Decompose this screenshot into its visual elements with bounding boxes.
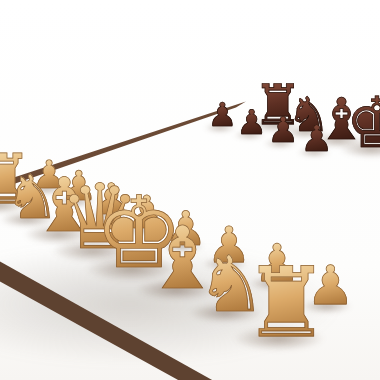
pawn-glyph: ♟ [267,113,298,148]
pawn-glyph: ♟ [237,106,267,140]
pieces-layer: ♜♟♞♟♝♟♚♟♟♟♜♟♞♟♝♟♛♟♚♟♝♟♞♜ [0,0,380,380]
pawn-glyph: ♟ [301,121,333,157]
chess-set-photo: ♜♟♞♟♝♟♚♟♟♟♜♟♞♟♝♟♛♟♚♟♝♟♞♜ [0,0,380,380]
king-glyph: ♚ [346,88,380,158]
rook-glyph: ♜ [243,254,330,351]
pawn-glyph: ♟ [208,99,237,132]
